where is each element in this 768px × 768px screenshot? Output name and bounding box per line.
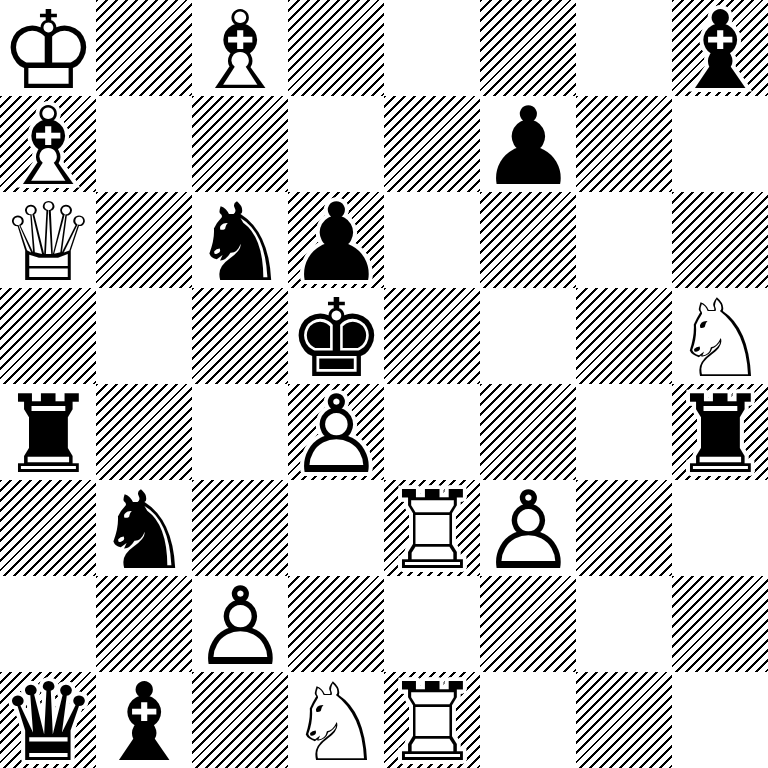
square-h3[interactable] [672, 480, 768, 576]
square-c7[interactable] [192, 96, 288, 192]
piece-white-pawn[interactable]: ♟♙ [192, 576, 288, 672]
square-c4[interactable] [192, 384, 288, 480]
square-a7[interactable]: ♝♗ [0, 96, 96, 192]
piece-glyph-white-pawn: ♙ [288, 387, 384, 483]
square-b3[interactable]: ♞♞ [96, 480, 192, 576]
square-a1[interactable]: ♛♛ [0, 672, 96, 768]
piece-glyph-black-rook: ♜ [0, 387, 96, 483]
square-f3[interactable]: ♟♙ [480, 480, 576, 576]
square-g4[interactable] [576, 384, 672, 480]
square-e6[interactable] [384, 192, 480, 288]
piece-black-knight[interactable]: ♞♞ [192, 192, 288, 288]
square-f1[interactable] [480, 672, 576, 768]
piece-white-bishop[interactable]: ♝♗ [0, 96, 96, 192]
square-a2[interactable] [0, 576, 96, 672]
piece-white-pawn[interactable]: ♟♙ [480, 480, 576, 576]
square-d3[interactable] [288, 480, 384, 576]
piece-white-rook[interactable]: ♜♖ [384, 480, 480, 576]
square-d1[interactable]: ♞♘ [288, 672, 384, 768]
piece-black-bishop[interactable]: ♝♝ [672, 0, 768, 96]
square-e7[interactable] [384, 96, 480, 192]
square-f8[interactable] [480, 0, 576, 96]
square-c3[interactable] [192, 480, 288, 576]
piece-black-rook[interactable]: ♜♜ [672, 384, 768, 480]
square-c2[interactable]: ♟♙ [192, 576, 288, 672]
square-b7[interactable] [96, 96, 192, 192]
square-h5[interactable]: ♞♘ [672, 288, 768, 384]
square-b6[interactable] [96, 192, 192, 288]
square-f4[interactable] [480, 384, 576, 480]
square-d2[interactable] [288, 576, 384, 672]
piece-glyph-white-bishop: ♗ [192, 3, 288, 99]
piece-black-pawn[interactable]: ♟♟ [480, 96, 576, 192]
square-e5[interactable] [384, 288, 480, 384]
piece-glyph-white-pawn: ♙ [192, 579, 288, 675]
square-g3[interactable] [576, 480, 672, 576]
piece-white-rook[interactable]: ♜♖ [384, 672, 480, 768]
piece-glyph-black-rook: ♜ [672, 387, 768, 483]
square-b1[interactable]: ♝♝ [96, 672, 192, 768]
square-c1[interactable] [192, 672, 288, 768]
square-h8[interactable]: ♝♝ [672, 0, 768, 96]
square-d6[interactable]: ♟♟ [288, 192, 384, 288]
square-e2[interactable] [384, 576, 480, 672]
square-h7[interactable] [672, 96, 768, 192]
square-g6[interactable] [576, 192, 672, 288]
square-b4[interactable] [96, 384, 192, 480]
piece-white-king[interactable]: ♚♔ [0, 0, 96, 96]
square-f6[interactable] [480, 192, 576, 288]
piece-glyph-black-pawn: ♟ [480, 99, 576, 195]
piece-black-pawn[interactable]: ♟♟ [288, 192, 384, 288]
piece-black-bishop[interactable]: ♝♝ [96, 672, 192, 768]
piece-white-knight[interactable]: ♞♘ [288, 672, 384, 768]
square-c8[interactable]: ♝♗ [192, 0, 288, 96]
square-g5[interactable] [576, 288, 672, 384]
square-g8[interactable] [576, 0, 672, 96]
square-f7[interactable]: ♟♟ [480, 96, 576, 192]
square-c5[interactable] [192, 288, 288, 384]
square-d7[interactable] [288, 96, 384, 192]
piece-glyph-white-pawn: ♙ [480, 483, 576, 579]
piece-glyph-black-knight: ♞ [96, 483, 192, 579]
square-h2[interactable] [672, 576, 768, 672]
square-a8[interactable]: ♚♔ [0, 0, 96, 96]
square-h4[interactable]: ♜♜ [672, 384, 768, 480]
piece-black-queen[interactable]: ♛♛ [0, 672, 96, 768]
piece-black-king[interactable]: ♚♚ [288, 288, 384, 384]
square-b8[interactable] [96, 0, 192, 96]
square-g7[interactable] [576, 96, 672, 192]
piece-glyph-white-queen: ♕ [0, 195, 96, 291]
square-c6[interactable]: ♞♞ [192, 192, 288, 288]
square-a3[interactable] [0, 480, 96, 576]
square-a4[interactable]: ♜♜ [0, 384, 96, 480]
square-a6[interactable]: ♛♕ [0, 192, 96, 288]
piece-glyph-black-bishop: ♝ [96, 675, 192, 768]
square-f5[interactable] [480, 288, 576, 384]
square-d5[interactable]: ♚♚ [288, 288, 384, 384]
piece-glyph-black-bishop: ♝ [672, 3, 768, 99]
piece-black-rook[interactable]: ♜♜ [0, 384, 96, 480]
square-e4[interactable] [384, 384, 480, 480]
chess-board: ♚♔♝♗♝♝♝♗♟♟♛♕♞♞♟♟♚♚♞♘♜♜♟♙♜♜♞♞♜♖♟♙♟♙♛♛♝♝♞♘… [0, 0, 768, 768]
piece-glyph-white-rook: ♖ [384, 675, 480, 768]
piece-black-knight[interactable]: ♞♞ [96, 480, 192, 576]
square-e1[interactable]: ♜♖ [384, 672, 480, 768]
square-d4[interactable]: ♟♙ [288, 384, 384, 480]
square-d8[interactable] [288, 0, 384, 96]
square-a5[interactable] [0, 288, 96, 384]
piece-white-bishop[interactable]: ♝♗ [192, 0, 288, 96]
square-e8[interactable] [384, 0, 480, 96]
square-g1[interactable] [576, 672, 672, 768]
piece-white-knight[interactable]: ♞♘ [672, 288, 768, 384]
square-g2[interactable] [576, 576, 672, 672]
square-b5[interactable] [96, 288, 192, 384]
square-f2[interactable] [480, 576, 576, 672]
square-e3[interactable]: ♜♖ [384, 480, 480, 576]
piece-glyph-white-knight: ♘ [288, 675, 384, 768]
square-h1[interactable] [672, 672, 768, 768]
square-h6[interactable] [672, 192, 768, 288]
piece-glyph-black-knight: ♞ [192, 195, 288, 291]
piece-white-queen[interactable]: ♛♕ [0, 192, 96, 288]
piece-glyph-black-queen: ♛ [0, 675, 96, 768]
square-b2[interactable] [96, 576, 192, 672]
piece-white-pawn[interactable]: ♟♙ [288, 384, 384, 480]
piece-glyph-white-rook: ♖ [384, 483, 480, 579]
